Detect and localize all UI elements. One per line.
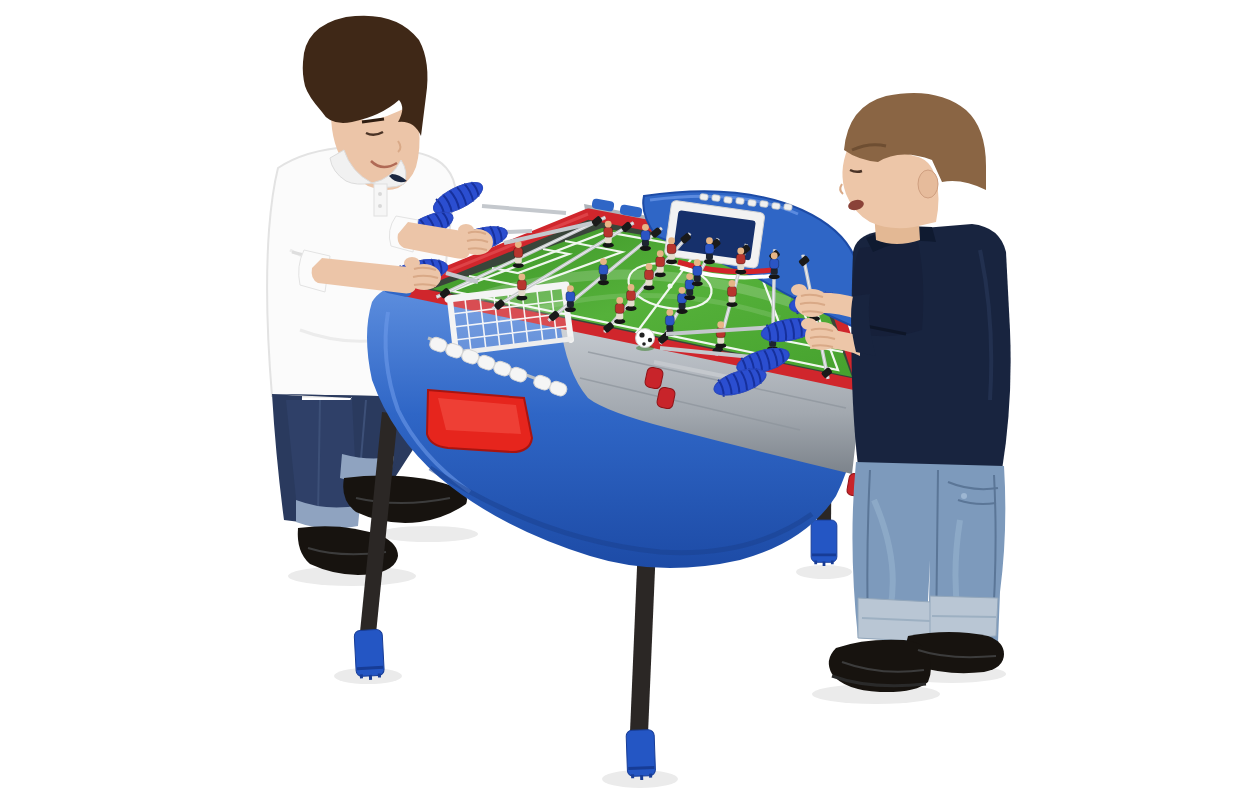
ball-return-tray bbox=[427, 390, 532, 452]
ball bbox=[636, 329, 655, 352]
foosball-photo-scene: Challenger ✱ bbox=[0, 0, 1256, 791]
right-boy-ear bbox=[918, 170, 938, 198]
scene-canvas: Challenger ✱ bbox=[0, 0, 1256, 791]
left-boy-hair bbox=[303, 16, 428, 136]
